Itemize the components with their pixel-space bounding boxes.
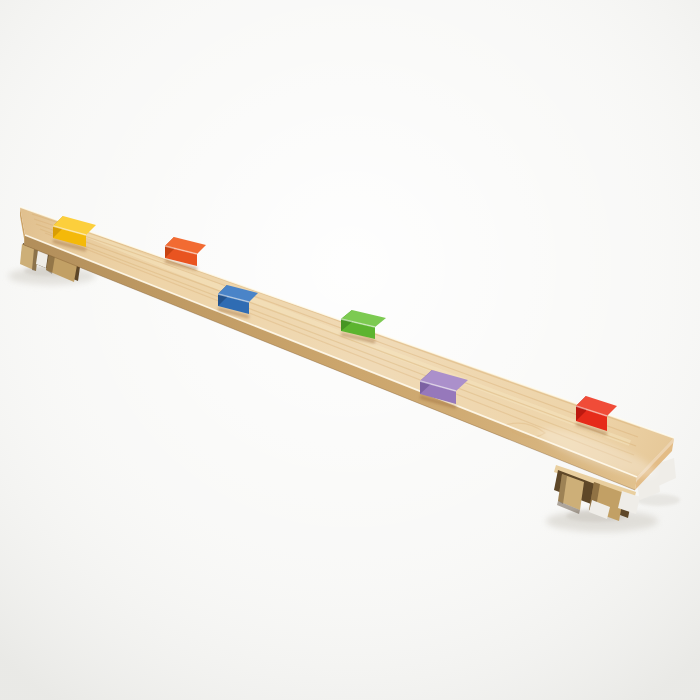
photo-canvas (0, 0, 700, 700)
product-photo (0, 0, 700, 700)
